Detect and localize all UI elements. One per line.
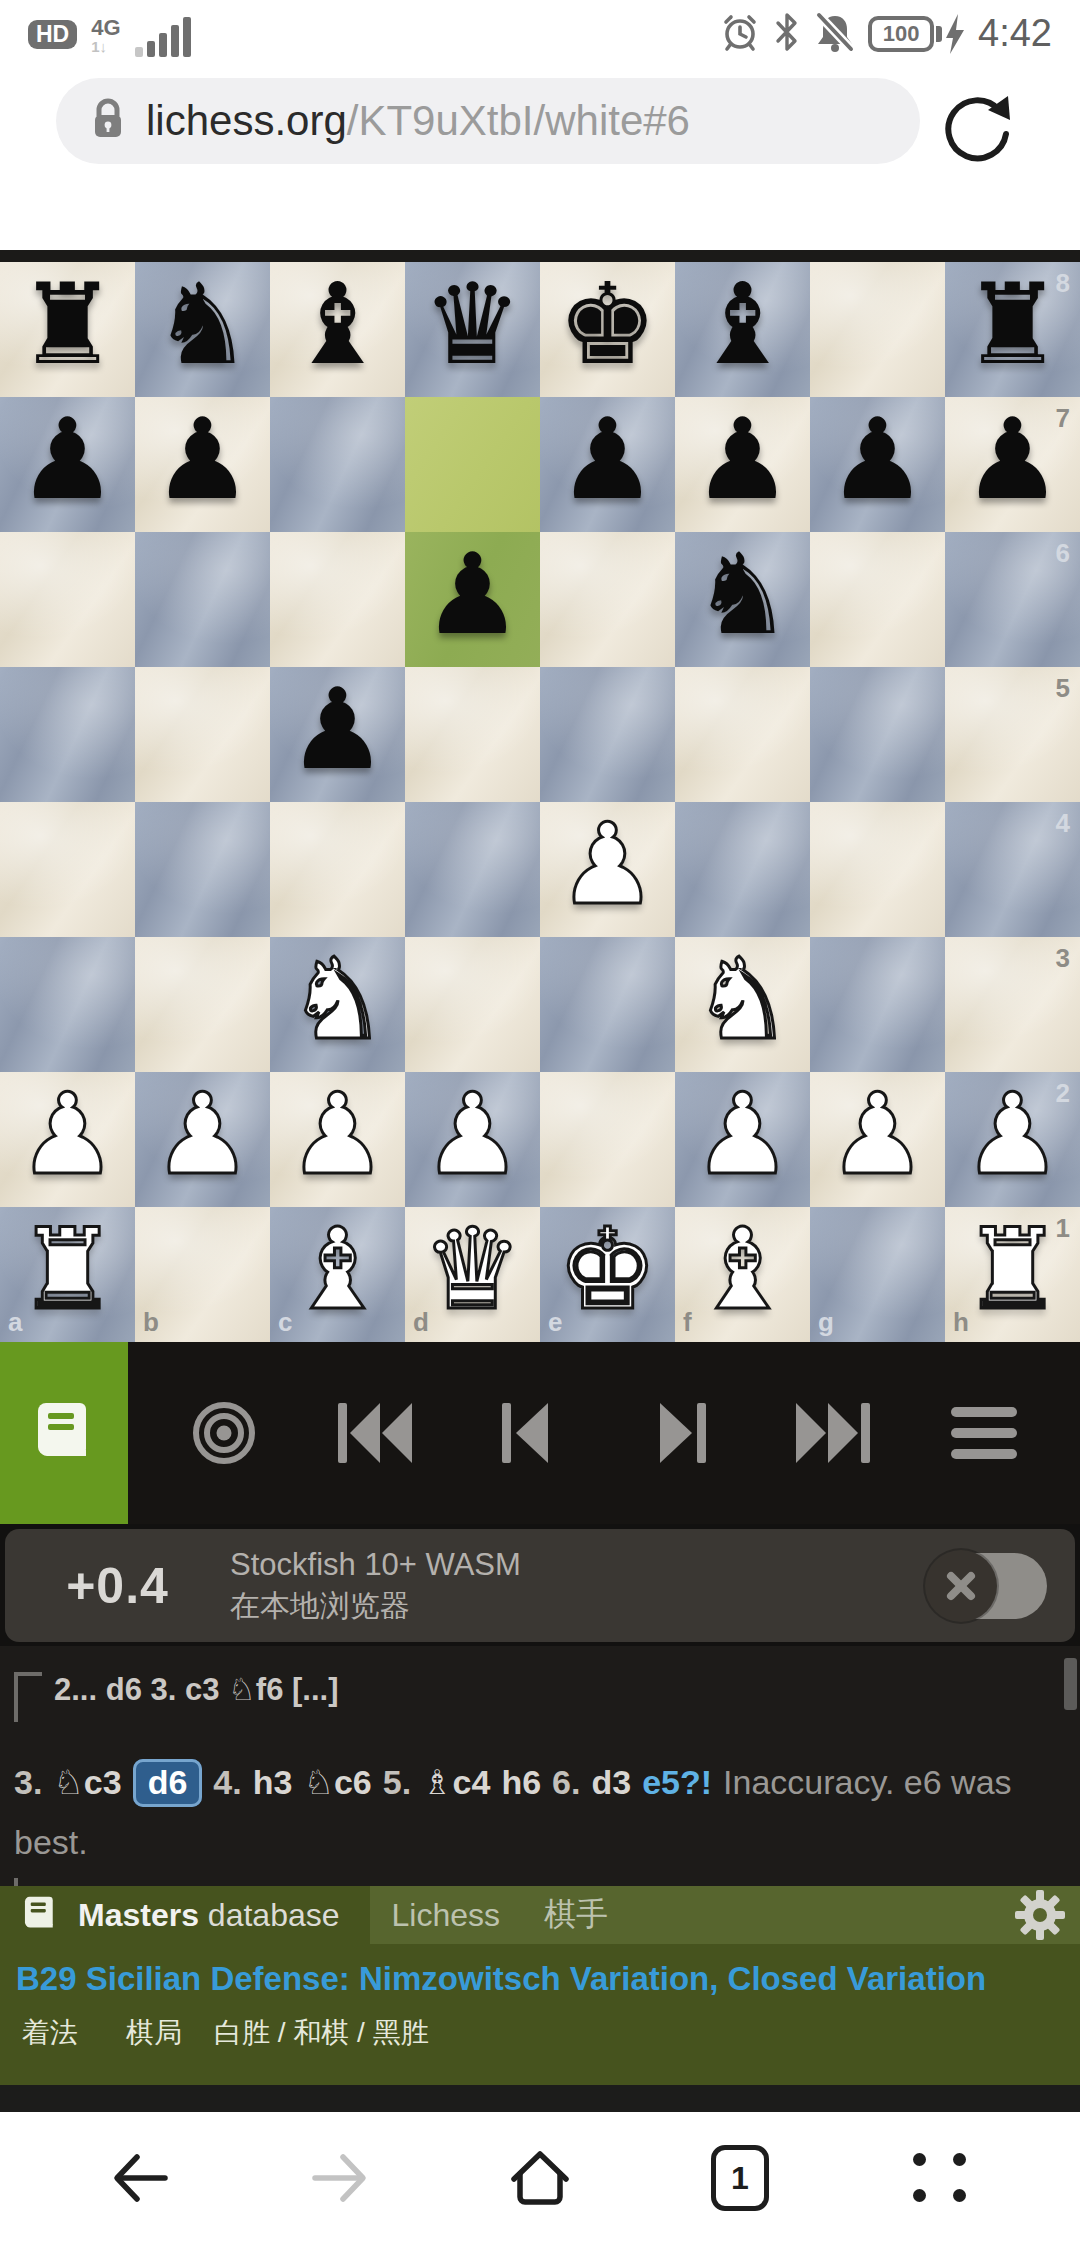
- black-pawn: ♟: [0, 392, 135, 527]
- square-g3[interactable]: [810, 937, 945, 1072]
- scrollbar-thumb[interactable]: [1064, 1658, 1077, 1710]
- explorer-table-header: 着法 棋局 白胜 / 和棋 / 黑胜: [0, 1998, 1080, 2052]
- target-icon: [188, 1397, 260, 1469]
- variation-bracket: [14, 1672, 42, 1722]
- square-e6[interactable]: [540, 532, 675, 667]
- rank-label: 7: [1056, 403, 1070, 434]
- square-f3[interactable]: ♞: [675, 937, 810, 1072]
- square-g1[interactable]: g: [810, 1207, 945, 1342]
- square-c3[interactable]: ♞: [270, 937, 405, 1072]
- engine-name: Stockfish 10+ WASM: [230, 1544, 929, 1586]
- square-a2[interactable]: ♟: [0, 1072, 135, 1207]
- variation-line[interactable]: 2... d6 3. c3 ♘f6 [...]: [14, 1656, 1066, 1722]
- square-d6[interactable]: ♟: [405, 532, 540, 667]
- file-label: e: [548, 1307, 562, 1338]
- signal-strength-icon: [135, 17, 191, 57]
- file-label: h: [953, 1307, 969, 1338]
- page-background-strip: [0, 2085, 1080, 2112]
- white-pawn: ♟: [810, 1067, 945, 1202]
- back-arrow-icon: [107, 2149, 173, 2207]
- square-d2[interactable]: ♟: [405, 1072, 540, 1207]
- explorer-tab-bar: Masters database Lichess 棋手: [0, 1886, 1080, 1944]
- move-token[interactable]: ♗c4: [422, 1763, 490, 1801]
- variation-text: 2... d6 3. c3 ♘f6 [...]: [54, 1671, 339, 1708]
- black-pawn: ♟: [135, 392, 270, 527]
- square-h7[interactable]: ♟7: [945, 397, 1080, 532]
- opening-explorer-button[interactable]: [0, 1342, 128, 1524]
- black-knight: ♞: [675, 527, 810, 662]
- sim-label: 1↓: [91, 39, 107, 54]
- clock-time: 4:42: [978, 12, 1052, 55]
- network-indicator: 4G 1↓: [91, 17, 120, 54]
- white-bishop: ♝: [675, 1202, 810, 1337]
- go-to-start-button[interactable]: [316, 1373, 436, 1493]
- move-token: 4.: [213, 1763, 241, 1801]
- square-g6[interactable]: [810, 532, 945, 667]
- square-g2[interactable]: ♟: [810, 1072, 945, 1207]
- notifications-muted-icon: [812, 10, 858, 58]
- book-icon: [18, 1891, 62, 1939]
- black-bishop: ♝: [270, 257, 405, 392]
- square-g5[interactable]: [810, 667, 945, 802]
- square-b6[interactable]: [135, 532, 270, 667]
- square-h3[interactable]: 3: [945, 937, 1080, 1072]
- move-token: 3.: [14, 1763, 42, 1801]
- chess-board: ♜♞♝♛♚♝♜8♟♟♟♟♟♟7♟♞6♟5♟4♞♞3♟♟♟♟♟♟♟2♜ab♝c♛d…: [0, 262, 1080, 1342]
- square-d7[interactable]: [405, 397, 540, 532]
- step-back-icon: [496, 1401, 560, 1465]
- square-a4[interactable]: [0, 802, 135, 937]
- engine-location: 在本地浏览器: [230, 1586, 929, 1627]
- square-e7[interactable]: ♟: [540, 397, 675, 532]
- move-token[interactable]: h6: [501, 1763, 541, 1801]
- hamburger-icon: [949, 1405, 1019, 1461]
- rank-label: 8: [1056, 268, 1070, 299]
- move-token[interactable]: ♘c6: [303, 1763, 371, 1801]
- more-menu-button[interactable]: [870, 2123, 1010, 2233]
- analysis-toolbar: [0, 1342, 1080, 1524]
- square-c2[interactable]: ♟: [270, 1072, 405, 1207]
- status-bar: HD 4G 1↓: [0, 0, 1080, 60]
- tab-count: 1: [711, 2145, 769, 2211]
- alarm-icon: [718, 10, 762, 58]
- tabs-button[interactable]: 1: [670, 2123, 810, 2233]
- file-label: f: [683, 1307, 692, 1338]
- black-pawn: ♟: [270, 662, 405, 797]
- book-icon: [26, 1393, 102, 1473]
- url-text: lichess.org/KT9uXtbI/white#6: [146, 97, 690, 145]
- square-a7[interactable]: ♟: [0, 397, 135, 532]
- charging-bolt-icon: [942, 12, 968, 56]
- rank-label: 2: [1056, 1078, 1070, 1109]
- previous-move-button[interactable]: [468, 1373, 588, 1493]
- tab-lichess[interactable]: Lichess: [370, 1886, 523, 1944]
- white-pawn: ♟: [135, 1067, 270, 1202]
- square-c6[interactable]: [270, 532, 405, 667]
- forward-arrow-icon: [307, 2149, 373, 2207]
- square-h5[interactable]: 5: [945, 667, 1080, 802]
- file-label: a: [8, 1307, 22, 1338]
- menu-button[interactable]: [924, 1373, 1044, 1493]
- tab-players[interactable]: 棋手: [522, 1886, 630, 1944]
- square-h1[interactable]: ♜1h: [945, 1207, 1080, 1342]
- square-f6[interactable]: ♞: [675, 532, 810, 667]
- square-d1[interactable]: ♛d: [405, 1207, 540, 1342]
- white-pawn: ♟: [0, 1067, 135, 1202]
- black-pawn: ♟: [540, 392, 675, 527]
- battery-level: 100: [883, 21, 920, 47]
- move-token[interactable]: h3: [253, 1763, 293, 1801]
- column-moves: 着法: [22, 2014, 78, 2052]
- move-token[interactable]: e5?!: [642, 1763, 712, 1801]
- bluetooth-icon: [772, 10, 802, 58]
- square-h4[interactable]: 4: [945, 802, 1080, 937]
- white-pawn: ♟: [675, 1067, 810, 1202]
- network-type-label: 4G: [91, 17, 120, 39]
- square-a6[interactable]: [0, 532, 135, 667]
- black-king: ♚: [540, 257, 675, 392]
- square-b4[interactable]: [135, 802, 270, 937]
- black-pawn: ♟: [405, 527, 540, 662]
- back-button[interactable]: [70, 2123, 210, 2233]
- square-f1[interactable]: ♝f: [675, 1207, 810, 1342]
- rank-label: 6: [1056, 538, 1070, 569]
- move-token[interactable]: ♘c3: [53, 1763, 121, 1801]
- square-a3[interactable]: [0, 937, 135, 1072]
- rank-label: 5: [1056, 673, 1070, 704]
- opening-explorer-panel: Masters database Lichess 棋手: [0, 1886, 1080, 2085]
- browser-url-row: lichess.org/KT9uXtbI/white#6: [0, 60, 1080, 250]
- white-pawn: ♟: [270, 1067, 405, 1202]
- column-games: 棋局: [126, 2014, 182, 2052]
- square-e2[interactable]: [540, 1072, 675, 1207]
- square-d3[interactable]: [405, 937, 540, 1072]
- square-e4[interactable]: ♟: [540, 802, 675, 937]
- square-h8[interactable]: ♜8: [945, 262, 1080, 397]
- square-f7[interactable]: ♟: [675, 397, 810, 532]
- square-b1[interactable]: b: [135, 1207, 270, 1342]
- white-pawn: ♟: [405, 1067, 540, 1202]
- engine-toggle-knob: [925, 1550, 997, 1622]
- square-a8[interactable]: ♜: [0, 262, 135, 397]
- square-d5[interactable]: [405, 667, 540, 802]
- close-icon: [946, 1571, 976, 1601]
- forward-button[interactable]: [270, 2123, 410, 2233]
- rank-label: 4: [1056, 808, 1070, 839]
- square-f2[interactable]: ♟: [675, 1072, 810, 1207]
- tab-masters-database[interactable]: Masters database: [0, 1886, 370, 1944]
- rank-label: 3: [1056, 943, 1070, 974]
- hd-badge: HD: [28, 20, 77, 49]
- battery-icon: 100: [868, 12, 968, 56]
- white-knight: ♞: [675, 932, 810, 1067]
- engine-info: Stockfish 10+ WASM 在本地浏览器: [230, 1544, 929, 1626]
- tab-label: Masters database: [78, 1897, 340, 1934]
- file-label: b: [143, 1307, 159, 1338]
- rank-label: 1: [1056, 1213, 1070, 1244]
- move-list: 2... d6 3. c3 ♘f6 [...] 3.♘c3d64.h3♘c65.…: [0, 1646, 1080, 1886]
- white-knight: ♞: [270, 932, 405, 1067]
- opening-name-link[interactable]: B29 Sicilian Defense: Nimzowitsch Variat…: [0, 1944, 1080, 1998]
- move-token: 5.: [383, 1763, 411, 1801]
- refresh-button[interactable]: [938, 88, 1014, 168]
- engine-toggle[interactable]: [929, 1553, 1047, 1619]
- square-b8[interactable]: ♞: [135, 262, 270, 397]
- move-token: 6.: [552, 1763, 580, 1801]
- square-h6[interactable]: 6: [945, 532, 1080, 667]
- url-bar[interactable]: lichess.org/KT9uXtbI/white#6: [56, 78, 920, 164]
- square-g8[interactable]: [810, 262, 945, 397]
- square-b7[interactable]: ♟: [135, 397, 270, 532]
- engine-eval: +0.4: [5, 1557, 230, 1615]
- square-e8[interactable]: ♚: [540, 262, 675, 397]
- explorer-settings-button[interactable]: [1014, 1886, 1080, 1944]
- engine-row: +0.4 Stockfish 10+ WASM 在本地浏览器: [0, 1524, 1080, 1646]
- file-label: c: [278, 1307, 292, 1338]
- black-pawn: ♟: [675, 392, 810, 527]
- black-rook: ♜: [0, 257, 135, 392]
- file-label: g: [818, 1307, 834, 1338]
- square-f5[interactable]: [675, 667, 810, 802]
- home-icon: [506, 2147, 574, 2209]
- square-e1[interactable]: ♚e: [540, 1207, 675, 1342]
- square-b3[interactable]: [135, 937, 270, 1072]
- skip-to-start-icon: [334, 1401, 418, 1465]
- square-d4[interactable]: [405, 802, 540, 937]
- square-b5[interactable]: [135, 667, 270, 802]
- home-button[interactable]: [470, 2123, 610, 2233]
- square-h2[interactable]: ♟2: [945, 1072, 1080, 1207]
- square-g7[interactable]: ♟: [810, 397, 945, 532]
- go-to-end-button[interactable]: [772, 1373, 892, 1493]
- step-forward-icon: [648, 1401, 712, 1465]
- lock-icon: [90, 96, 126, 146]
- square-c4[interactable]: [270, 802, 405, 937]
- menu-dots-icon: [913, 2153, 967, 2203]
- square-f4[interactable]: [675, 802, 810, 937]
- column-results: 白胜 / 和棋 / 黑胜: [214, 2014, 429, 2052]
- black-pawn: ♟: [810, 392, 945, 527]
- gear-icon: [1014, 1889, 1066, 1941]
- square-c7[interactable]: [270, 397, 405, 532]
- practice-mode-button[interactable]: [164, 1373, 284, 1493]
- square-d8[interactable]: ♛: [405, 262, 540, 397]
- engine-panel: +0.4 Stockfish 10+ WASM 在本地浏览器: [5, 1529, 1075, 1642]
- skip-to-end-icon: [790, 1401, 874, 1465]
- file-label: d: [413, 1307, 429, 1338]
- mainline: 3.♘c3d64.h3♘c65.♗c4h66.d3e5?!Inaccuracy.…: [14, 1752, 1066, 1872]
- square-c1[interactable]: ♝c: [270, 1207, 405, 1342]
- variation-bracket: [14, 1878, 42, 1886]
- square-c8[interactable]: ♝: [270, 262, 405, 397]
- square-g4[interactable]: [810, 802, 945, 937]
- move-token[interactable]: d3: [591, 1763, 631, 1801]
- browser-bottom-nav: 1: [0, 2112, 1080, 2244]
- square-c5[interactable]: ♟: [270, 667, 405, 802]
- square-e5[interactable]: [540, 667, 675, 802]
- black-bishop: ♝: [675, 257, 810, 392]
- next-move-button[interactable]: [620, 1373, 740, 1493]
- square-a5[interactable]: [0, 667, 135, 802]
- square-b2[interactable]: ♟: [135, 1072, 270, 1207]
- black-knight: ♞: [135, 257, 270, 392]
- square-a1[interactable]: ♜a: [0, 1207, 135, 1342]
- square-f8[interactable]: ♝: [675, 262, 810, 397]
- black-queen: ♛: [405, 257, 540, 392]
- square-e3[interactable]: [540, 937, 675, 1072]
- variation-line[interactable]: 6... e6 7. O-O ♗e7 [...]: [14, 1878, 1066, 1886]
- move-token[interactable]: d6: [133, 1759, 203, 1807]
- white-pawn: ♟: [540, 797, 675, 932]
